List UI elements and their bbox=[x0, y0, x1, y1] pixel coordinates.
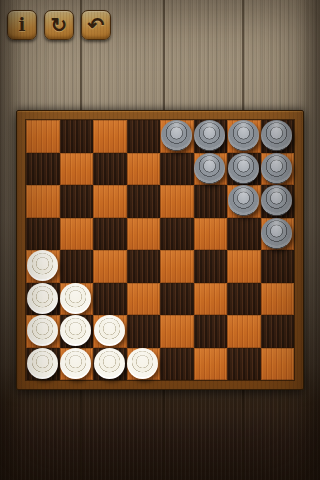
silver-piece[interactable] bbox=[161, 120, 192, 151]
app-screen: i ↻ ↶ bbox=[0, 0, 320, 480]
silver-piece[interactable] bbox=[261, 185, 292, 216]
silver-piece[interactable] bbox=[261, 120, 292, 151]
white-piece[interactable] bbox=[94, 348, 125, 379]
white-piece[interactable] bbox=[27, 250, 58, 281]
square-d8[interactable] bbox=[127, 120, 161, 153]
square-c1[interactable] bbox=[93, 348, 127, 381]
square-h8[interactable] bbox=[261, 120, 295, 153]
square-a4[interactable] bbox=[26, 250, 60, 283]
square-e8[interactable] bbox=[160, 120, 194, 153]
square-a7[interactable] bbox=[26, 153, 60, 186]
square-g2[interactable] bbox=[227, 315, 261, 348]
square-e7[interactable] bbox=[160, 153, 194, 186]
square-f3[interactable] bbox=[194, 283, 228, 316]
square-b8[interactable] bbox=[60, 120, 94, 153]
square-g1[interactable] bbox=[227, 348, 261, 381]
restart-icon: ↻ bbox=[51, 15, 68, 35]
square-h2[interactable] bbox=[261, 315, 295, 348]
square-d4[interactable] bbox=[127, 250, 161, 283]
silver-piece[interactable] bbox=[261, 153, 292, 184]
square-g7[interactable] bbox=[227, 153, 261, 186]
white-piece[interactable] bbox=[60, 348, 91, 379]
square-d7[interactable] bbox=[127, 153, 161, 186]
undo-icon: ↶ bbox=[88, 15, 105, 35]
info-button[interactable]: i bbox=[7, 10, 37, 40]
checkers-board bbox=[16, 110, 304, 390]
square-h4[interactable] bbox=[261, 250, 295, 283]
silver-piece[interactable] bbox=[228, 153, 259, 184]
white-piece[interactable] bbox=[27, 283, 58, 314]
silver-piece[interactable] bbox=[228, 120, 259, 151]
square-b7[interactable] bbox=[60, 153, 94, 186]
square-f7[interactable] bbox=[194, 153, 228, 186]
white-piece[interactable] bbox=[127, 348, 158, 379]
square-a8[interactable] bbox=[26, 120, 60, 153]
square-c5[interactable] bbox=[93, 218, 127, 251]
square-e4[interactable] bbox=[160, 250, 194, 283]
white-piece[interactable] bbox=[27, 315, 58, 346]
square-g8[interactable] bbox=[227, 120, 261, 153]
square-c6[interactable] bbox=[93, 185, 127, 218]
square-b2[interactable] bbox=[60, 315, 94, 348]
silver-piece[interactable] bbox=[261, 218, 292, 249]
square-a2[interactable] bbox=[26, 315, 60, 348]
square-f4[interactable] bbox=[194, 250, 228, 283]
square-e1[interactable] bbox=[160, 348, 194, 381]
square-f5[interactable] bbox=[194, 218, 228, 251]
white-piece[interactable] bbox=[60, 283, 91, 314]
square-g4[interactable] bbox=[227, 250, 261, 283]
square-f1[interactable] bbox=[194, 348, 228, 381]
board-grid bbox=[26, 120, 294, 380]
square-g3[interactable] bbox=[227, 283, 261, 316]
square-h7[interactable] bbox=[261, 153, 295, 186]
square-f2[interactable] bbox=[194, 315, 228, 348]
square-a6[interactable] bbox=[26, 185, 60, 218]
square-d2[interactable] bbox=[127, 315, 161, 348]
square-b3[interactable] bbox=[60, 283, 94, 316]
square-f8[interactable] bbox=[194, 120, 228, 153]
white-piece[interactable] bbox=[60, 315, 91, 346]
square-d5[interactable] bbox=[127, 218, 161, 251]
square-g6[interactable] bbox=[227, 185, 261, 218]
undo-button[interactable]: ↶ bbox=[81, 10, 111, 40]
square-c2[interactable] bbox=[93, 315, 127, 348]
square-h3[interactable] bbox=[261, 283, 295, 316]
white-piece[interactable] bbox=[94, 315, 125, 346]
square-e6[interactable] bbox=[160, 185, 194, 218]
square-h6[interactable] bbox=[261, 185, 295, 218]
square-a1[interactable] bbox=[26, 348, 60, 381]
square-b6[interactable] bbox=[60, 185, 94, 218]
square-c3[interactable] bbox=[93, 283, 127, 316]
restart-button[interactable]: ↻ bbox=[44, 10, 74, 40]
square-e3[interactable] bbox=[160, 283, 194, 316]
square-c7[interactable] bbox=[93, 153, 127, 186]
square-c4[interactable] bbox=[93, 250, 127, 283]
square-h5[interactable] bbox=[261, 218, 295, 251]
square-g5[interactable] bbox=[227, 218, 261, 251]
square-b1[interactable] bbox=[60, 348, 94, 381]
silver-piece[interactable] bbox=[194, 120, 225, 151]
square-d1[interactable] bbox=[127, 348, 161, 381]
square-d6[interactable] bbox=[127, 185, 161, 218]
square-d3[interactable] bbox=[127, 283, 161, 316]
silver-piece[interactable] bbox=[228, 185, 259, 216]
square-b4[interactable] bbox=[60, 250, 94, 283]
square-e5[interactable] bbox=[160, 218, 194, 251]
square-a5[interactable] bbox=[26, 218, 60, 251]
square-h1[interactable] bbox=[261, 348, 295, 381]
silver-piece[interactable] bbox=[194, 153, 225, 184]
square-f6[interactable] bbox=[194, 185, 228, 218]
square-e2[interactable] bbox=[160, 315, 194, 348]
square-b5[interactable] bbox=[60, 218, 94, 251]
square-a3[interactable] bbox=[26, 283, 60, 316]
square-c8[interactable] bbox=[93, 120, 127, 153]
white-piece[interactable] bbox=[27, 348, 58, 379]
info-icon: i bbox=[19, 16, 26, 34]
